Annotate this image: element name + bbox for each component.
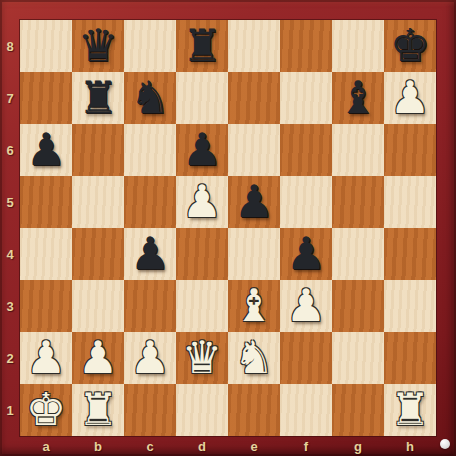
black-queen-b8-piece[interactable]: ♛ — [78, 23, 118, 68]
file-label-c: c — [124, 436, 176, 456]
square-b6[interactable] — [72, 124, 124, 176]
square-d4[interactable] — [176, 228, 228, 280]
white-bishop-e3-piece[interactable]: ♝ — [234, 283, 274, 328]
square-f5[interactable] — [280, 176, 332, 228]
square-c1[interactable] — [124, 384, 176, 436]
chess-board-frame: 87654321 abcdefgh ♛♜♚♜♞♝♟♟♟♟♟♟♟♝♟♟♟♟♛♞♚♜… — [0, 0, 456, 456]
square-h8[interactable]: ♚ — [384, 20, 436, 72]
square-c5[interactable] — [124, 176, 176, 228]
square-a8[interactable] — [20, 20, 72, 72]
square-e5[interactable]: ♟ — [228, 176, 280, 228]
square-b5[interactable] — [72, 176, 124, 228]
file-label-d: d — [176, 436, 228, 456]
rank-label-7: 7 — [0, 72, 20, 124]
square-b7[interactable]: ♜ — [72, 72, 124, 124]
black-king-h8-piece[interactable]: ♚ — [390, 23, 430, 68]
square-d1[interactable] — [176, 384, 228, 436]
black-pawn-f4-piece[interactable]: ♟ — [286, 231, 326, 276]
black-knight-c7-piece[interactable]: ♞ — [130, 75, 170, 120]
square-h4[interactable] — [384, 228, 436, 280]
square-c4[interactable]: ♟ — [124, 228, 176, 280]
white-pawn-h7-piece[interactable]: ♟ — [390, 75, 430, 120]
square-d6[interactable]: ♟ — [176, 124, 228, 176]
square-f3[interactable]: ♟ — [280, 280, 332, 332]
file-label-b: b — [72, 436, 124, 456]
black-bishop-g7-piece[interactable]: ♝ — [338, 75, 378, 120]
square-e7[interactable] — [228, 72, 280, 124]
square-b8[interactable]: ♛ — [72, 20, 124, 72]
square-f6[interactable] — [280, 124, 332, 176]
white-pawn-b2-piece[interactable]: ♟ — [78, 335, 118, 380]
file-label-g: g — [332, 436, 384, 456]
square-c2[interactable]: ♟ — [124, 332, 176, 384]
rank-label-8: 8 — [0, 20, 20, 72]
white-pawn-f3-piece[interactable]: ♟ — [286, 283, 326, 328]
rank-label-5: 5 — [0, 176, 20, 228]
black-pawn-a6-piece[interactable]: ♟ — [26, 127, 66, 172]
rank-label-4: 4 — [0, 228, 20, 280]
square-g6[interactable] — [332, 124, 384, 176]
square-e6[interactable] — [228, 124, 280, 176]
square-a4[interactable] — [20, 228, 72, 280]
square-g5[interactable] — [332, 176, 384, 228]
square-d2[interactable]: ♛ — [176, 332, 228, 384]
square-g2[interactable] — [332, 332, 384, 384]
square-a3[interactable] — [20, 280, 72, 332]
square-b1[interactable]: ♜ — [72, 384, 124, 436]
square-a2[interactable]: ♟ — [20, 332, 72, 384]
rank-label-6: 6 — [0, 124, 20, 176]
square-d3[interactable] — [176, 280, 228, 332]
square-f4[interactable]: ♟ — [280, 228, 332, 280]
square-h6[interactable] — [384, 124, 436, 176]
square-c7[interactable]: ♞ — [124, 72, 176, 124]
file-labels: abcdefgh — [20, 436, 436, 456]
file-label-f: f — [280, 436, 332, 456]
side-to-move-indicator — [440, 439, 450, 449]
board: ♛♜♚♜♞♝♟♟♟♟♟♟♟♝♟♟♟♟♛♞♚♜♜ — [20, 20, 436, 436]
square-f1[interactable] — [280, 384, 332, 436]
black-pawn-e5-piece[interactable]: ♟ — [234, 179, 274, 224]
square-e8[interactable] — [228, 20, 280, 72]
square-f2[interactable] — [280, 332, 332, 384]
square-f8[interactable] — [280, 20, 332, 72]
square-b2[interactable]: ♟ — [72, 332, 124, 384]
black-rook-b7-piece[interactable]: ♜ — [78, 75, 118, 120]
black-pawn-d6-piece[interactable]: ♟ — [182, 127, 222, 172]
file-label-h: h — [384, 436, 436, 456]
white-knight-e2-piece[interactable]: ♞ — [234, 335, 274, 380]
square-g7[interactable]: ♝ — [332, 72, 384, 124]
black-rook-d8-piece[interactable]: ♜ — [182, 23, 222, 68]
square-e3[interactable]: ♝ — [228, 280, 280, 332]
black-pawn-c4-piece[interactable]: ♟ — [130, 231, 170, 276]
square-b4[interactable] — [72, 228, 124, 280]
square-e1[interactable] — [228, 384, 280, 436]
white-queen-d2-piece[interactable]: ♛ — [182, 335, 222, 380]
rank-label-3: 3 — [0, 280, 20, 332]
file-label-e: e — [228, 436, 280, 456]
square-f7[interactable] — [280, 72, 332, 124]
rank-label-2: 2 — [0, 332, 20, 384]
square-e4[interactable] — [228, 228, 280, 280]
square-c3[interactable] — [124, 280, 176, 332]
square-e2[interactable]: ♞ — [228, 332, 280, 384]
square-c8[interactable] — [124, 20, 176, 72]
white-king-a1-piece[interactable]: ♚ — [26, 387, 66, 432]
square-d7[interactable] — [176, 72, 228, 124]
square-h5[interactable] — [384, 176, 436, 228]
rank-label-1: 1 — [0, 384, 20, 436]
square-g8[interactable] — [332, 20, 384, 72]
square-h1[interactable]: ♜ — [384, 384, 436, 436]
square-d8[interactable]: ♜ — [176, 20, 228, 72]
white-pawn-d5-piece[interactable]: ♟ — [182, 179, 222, 224]
white-rook-h1-piece[interactable]: ♜ — [390, 387, 430, 432]
white-pawn-a2-piece[interactable]: ♟ — [26, 335, 66, 380]
square-a1[interactable]: ♚ — [20, 384, 72, 436]
white-pawn-c2-piece[interactable]: ♟ — [130, 335, 170, 380]
square-a6[interactable]: ♟ — [20, 124, 72, 176]
square-h7[interactable]: ♟ — [384, 72, 436, 124]
square-a7[interactable] — [20, 72, 72, 124]
square-g1[interactable] — [332, 384, 384, 436]
square-h3[interactable] — [384, 280, 436, 332]
square-g4[interactable] — [332, 228, 384, 280]
square-d5[interactable]: ♟ — [176, 176, 228, 228]
file-label-a: a — [20, 436, 72, 456]
white-rook-b1-piece[interactable]: ♜ — [78, 387, 118, 432]
square-a5[interactable] — [20, 176, 72, 228]
rank-labels: 87654321 — [0, 20, 20, 436]
square-c6[interactable] — [124, 124, 176, 176]
square-h2[interactable] — [384, 332, 436, 384]
square-b3[interactable] — [72, 280, 124, 332]
square-g3[interactable] — [332, 280, 384, 332]
